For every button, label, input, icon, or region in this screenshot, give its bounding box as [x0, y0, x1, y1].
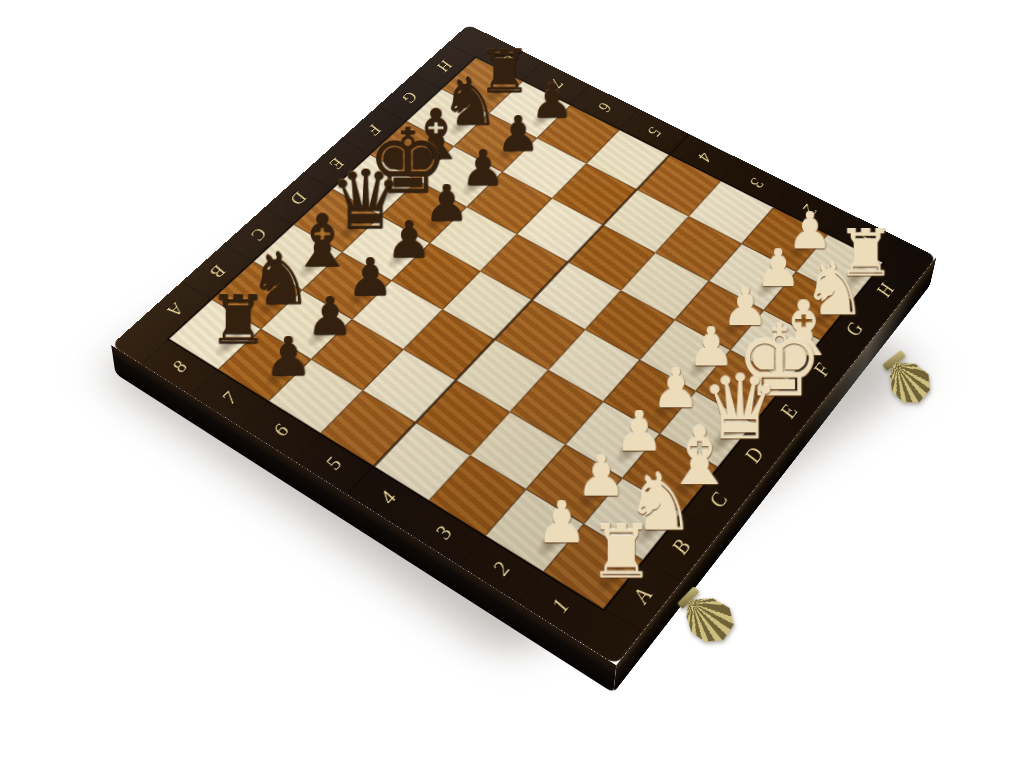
clasp-fan	[684, 596, 736, 645]
board-frame: ♜♞♝♛♚♝♞♜♟♟♟♟♟♟♟♟♟♟♟♟♟♟♟♟♜♞♝♛♚♝♞♜ ABCDEFG…	[111, 25, 936, 666]
piece-white-rook[interactable]: ♜	[585, 524, 657, 583]
brass-clasp-icon	[885, 359, 935, 408]
chess-board: ♜♞♝♛♚♝♞♜♟♟♟♟♟♟♟♟♟♟♟♟♟♟♟♟♜♞♝♛♚♝♞♜ ABCDEFG…	[111, 25, 936, 666]
piece-black-pawn[interactable]: ♟	[255, 336, 321, 379]
board-grid: ♜♞♝♛♚♝♞♜♟♟♟♟♟♟♟♟♟♟♟♟♟♟♟♟♜♞♝♛♚♝♞♜	[169, 58, 883, 609]
brass-clasp-icon	[684, 596, 736, 645]
product-photo-scene: ♜♞♝♛♚♝♞♜♟♟♟♟♟♟♟♟♟♟♟♟♟♟♟♟♜♞♝♛♚♝♞♜ ABCDEFG…	[0, 0, 1024, 768]
